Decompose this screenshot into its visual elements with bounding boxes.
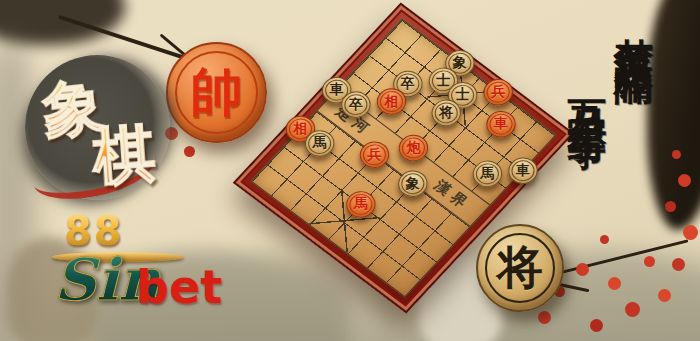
sinbet-logo[interactable]: 88 Sin bet [52,208,222,318]
title-char-qi: 棋 [90,111,158,199]
piece-character: 兵 [485,79,511,105]
xiangqi-promo-banner[interactable]: 楚河 漢界 象兵士士車卒将車相馬車卒炮兵象相馬馬 帥 将 象 棋 楚河汉界相隔 … [0,0,700,341]
board-piece-馬: 馬 [467,155,509,192]
board-piece-炮: 炮 [393,129,435,166]
red-general-character: 帥 [191,58,243,128]
piece-character: 車 [510,158,536,184]
black-general-showcase-piece: 将 [476,224,564,312]
piece-character: 馬 [307,131,333,157]
xiangqi-title-seal: 象 棋 [25,55,170,200]
board-piece-車: 車 [480,106,522,143]
board-piece-象: 象 [392,165,434,202]
board-piece-車: 車 [502,152,544,189]
board-piece-馬: 馬 [340,186,382,223]
piece-character: 馬 [474,161,500,187]
plum-blossom-decoration [600,235,609,244]
piece-character: 将 [433,100,459,126]
board-piece-兵: 兵 [354,136,396,173]
piece-character: 車 [488,111,514,137]
piece-character: 炮 [400,135,426,161]
piece-character: 馬 [348,191,374,217]
plum-blossom-decoration [672,150,681,159]
board-piece-兵: 兵 [477,74,519,111]
black-general-character: 将 [497,237,543,299]
slogan-column-1: 楚河汉界相隔 [607,6,662,42]
slogan-column-2: 万马千军纷争 [560,70,614,106]
piece-character: 相 [378,89,404,115]
piece-character: 象 [400,171,426,197]
ink-blob-decoration [0,0,125,45]
logo-bet-text: bet [136,260,222,314]
red-general-showcase-piece: 帥 [166,42,267,143]
piece-character: 卒 [343,92,369,118]
piece-character: 兵 [361,142,387,168]
